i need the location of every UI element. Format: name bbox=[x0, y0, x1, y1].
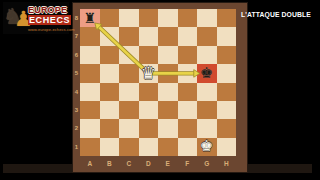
piece-white-king[interactable]: ♚ bbox=[200, 139, 213, 154]
rank-label-5: 5 bbox=[73, 64, 80, 82]
right-black-bar bbox=[312, 0, 320, 180]
square-d5[interactable]: ♛ bbox=[139, 64, 159, 82]
rank-label-8: 8 bbox=[73, 9, 80, 27]
lesson-title: L'ATTAQUE DOUBLE bbox=[240, 11, 312, 18]
logo-europe-text: EUROPE bbox=[28, 5, 69, 15]
file-label-D: D bbox=[139, 156, 159, 172]
file-label-C: C bbox=[119, 156, 139, 172]
attack-arrows bbox=[80, 9, 236, 157]
file-label-B: B bbox=[100, 156, 120, 172]
file-label-G: G bbox=[197, 156, 217, 172]
logo-url-text: www.europe-echecs.com bbox=[28, 27, 69, 32]
file-label-E: E bbox=[158, 156, 178, 172]
file-label-H: H bbox=[217, 156, 237, 172]
piece-black-rook[interactable]: ♜ bbox=[83, 11, 96, 25]
rank-label-6: 6 bbox=[73, 46, 80, 64]
file-labels: ABCDEFGH bbox=[80, 156, 236, 172]
file-label-A: A bbox=[80, 156, 100, 172]
rank-label-3: 3 bbox=[73, 101, 80, 119]
file-label-F: F bbox=[178, 156, 198, 172]
rank-label-2: 2 bbox=[73, 119, 80, 137]
logo-echecs-text: ECHECS bbox=[28, 15, 71, 25]
video-frame: ♞︎ ♟︎ EUROPE ECHECS www.europe-echecs.co… bbox=[0, 0, 320, 180]
piece-white-queen[interactable]: ♛ bbox=[141, 65, 156, 82]
rank-label-4: 4 bbox=[73, 83, 80, 101]
piece-black-king[interactable]: ♚ bbox=[200, 66, 213, 81]
rank-label-1: 1 bbox=[73, 138, 80, 156]
chess-board: 87654321 ♜♛♚♚ ABCDEFGH bbox=[73, 3, 247, 172]
europe-echecs-logo: ♞︎ ♟︎ EUROPE ECHECS www.europe-echecs.co… bbox=[3, 2, 69, 34]
logo-text: EUROPE ECHECS www.europe-echecs.com bbox=[28, 5, 69, 32]
